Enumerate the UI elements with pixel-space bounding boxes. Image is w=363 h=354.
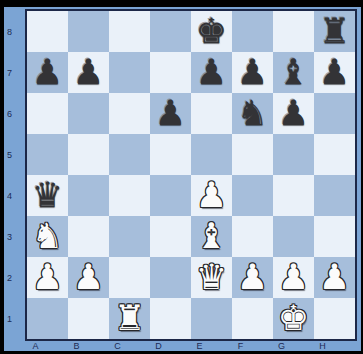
square-e3[interactable]: ♝ xyxy=(191,216,232,257)
square-d6[interactable]: ♟ xyxy=(150,93,191,134)
square-h3[interactable] xyxy=(314,216,355,257)
rank-label-7: 7 xyxy=(4,52,25,93)
piece-white-pawn[interactable]: ♟ xyxy=(73,257,104,298)
square-b6[interactable] xyxy=(68,93,109,134)
square-g7[interactable]: ♝ xyxy=(273,52,314,93)
square-h4[interactable] xyxy=(314,175,355,216)
square-b3[interactable] xyxy=(68,216,109,257)
square-f7[interactable]: ♟ xyxy=(232,52,273,93)
square-f6[interactable]: ♞ xyxy=(232,93,273,134)
file-labels: ABCDEFGH xyxy=(27,341,355,351)
square-b7[interactable]: ♟ xyxy=(68,52,109,93)
file-label-e: E xyxy=(179,341,220,351)
chess-board: ♚♜♟♟♟♟♝♟♟♞♟♛♟♞♝♟♟♛♟♟♟♜♚ xyxy=(25,9,357,341)
square-a2[interactable]: ♟ xyxy=(27,257,68,298)
square-c8[interactable] xyxy=(109,11,150,52)
piece-black-pawn[interactable]: ♟ xyxy=(278,93,309,134)
file-label-f: F xyxy=(220,341,261,351)
square-a1[interactable] xyxy=(27,298,68,339)
piece-black-pawn[interactable]: ♟ xyxy=(237,52,268,93)
square-g1[interactable]: ♚ xyxy=(273,298,314,339)
piece-black-rook[interactable]: ♜ xyxy=(319,11,350,52)
piece-white-queen[interactable]: ♛ xyxy=(196,257,227,298)
square-h2[interactable]: ♟ xyxy=(314,257,355,298)
square-d4[interactable] xyxy=(150,175,191,216)
square-e5[interactable] xyxy=(191,134,232,175)
square-b4[interactable] xyxy=(68,175,109,216)
square-g3[interactable] xyxy=(273,216,314,257)
piece-black-pawn[interactable]: ♟ xyxy=(73,52,104,93)
piece-black-pawn[interactable]: ♟ xyxy=(155,93,186,134)
rank-label-4: 4 xyxy=(4,175,25,216)
square-d1[interactable] xyxy=(150,298,191,339)
square-c7[interactable] xyxy=(109,52,150,93)
square-f5[interactable] xyxy=(232,134,273,175)
square-e6[interactable] xyxy=(191,93,232,134)
square-c4[interactable] xyxy=(109,175,150,216)
square-d3[interactable] xyxy=(150,216,191,257)
square-b8[interactable] xyxy=(68,11,109,52)
piece-black-king[interactable]: ♚ xyxy=(196,11,227,52)
square-e8[interactable]: ♚ xyxy=(191,11,232,52)
piece-white-knight[interactable]: ♞ xyxy=(32,216,63,257)
square-d2[interactable] xyxy=(150,257,191,298)
rank-label-1: 1 xyxy=(4,298,25,339)
piece-black-queen[interactable]: ♛ xyxy=(32,175,63,216)
file-label-b: B xyxy=(56,341,97,351)
piece-white-pawn[interactable]: ♟ xyxy=(319,257,350,298)
square-a7[interactable]: ♟ xyxy=(27,52,68,93)
piece-white-pawn[interactable]: ♟ xyxy=(196,175,227,216)
square-f2[interactable]: ♟ xyxy=(232,257,273,298)
piece-black-pawn[interactable]: ♟ xyxy=(196,52,227,93)
square-e7[interactable]: ♟ xyxy=(191,52,232,93)
square-c2[interactable] xyxy=(109,257,150,298)
square-h5[interactable] xyxy=(314,134,355,175)
square-c5[interactable] xyxy=(109,134,150,175)
square-a5[interactable] xyxy=(27,134,68,175)
rank-label-6: 6 xyxy=(4,93,25,134)
piece-white-rook[interactable]: ♜ xyxy=(114,298,145,339)
square-d7[interactable] xyxy=(150,52,191,93)
file-label-c: C xyxy=(97,341,138,351)
square-b1[interactable] xyxy=(68,298,109,339)
square-c6[interactable] xyxy=(109,93,150,134)
square-c1[interactable]: ♜ xyxy=(109,298,150,339)
square-e4[interactable]: ♟ xyxy=(191,175,232,216)
piece-black-pawn[interactable]: ♟ xyxy=(319,52,350,93)
square-c3[interactable] xyxy=(109,216,150,257)
square-g4[interactable] xyxy=(273,175,314,216)
square-b2[interactable]: ♟ xyxy=(68,257,109,298)
piece-black-bishop[interactable]: ♝ xyxy=(278,52,309,93)
piece-white-king[interactable]: ♚ xyxy=(278,298,309,339)
rank-label-8: 8 xyxy=(4,11,25,52)
square-g5[interactable] xyxy=(273,134,314,175)
square-h6[interactable] xyxy=(314,93,355,134)
square-e1[interactable] xyxy=(191,298,232,339)
square-a6[interactable] xyxy=(27,93,68,134)
rank-labels: 87654321 xyxy=(4,11,25,339)
rank-label-5: 5 xyxy=(4,134,25,175)
piece-black-pawn[interactable]: ♟ xyxy=(32,52,63,93)
piece-white-pawn[interactable]: ♟ xyxy=(237,257,268,298)
rank-label-3: 3 xyxy=(4,216,25,257)
square-g8[interactable] xyxy=(273,11,314,52)
square-e2[interactable]: ♛ xyxy=(191,257,232,298)
square-f1[interactable] xyxy=(232,298,273,339)
chess-diagram: 87654321 ♚♜♟♟♟♟♝♟♟♞♟♛♟♞♝♟♟♛♟♟♟♜♚ ABCDEFG… xyxy=(0,0,363,354)
square-b5[interactable] xyxy=(68,134,109,175)
square-d5[interactable] xyxy=(150,134,191,175)
square-a8[interactable] xyxy=(27,11,68,52)
square-g6[interactable]: ♟ xyxy=(273,93,314,134)
rank-label-2: 2 xyxy=(4,257,25,298)
square-f3[interactable] xyxy=(232,216,273,257)
square-h1[interactable] xyxy=(314,298,355,339)
piece-white-pawn[interactable]: ♟ xyxy=(32,257,63,298)
piece-black-knight[interactable]: ♞ xyxy=(237,93,268,134)
square-h8[interactable]: ♜ xyxy=(314,11,355,52)
file-label-h: H xyxy=(302,341,343,351)
file-label-g: G xyxy=(261,341,302,351)
piece-white-bishop[interactable]: ♝ xyxy=(196,216,227,257)
square-a4[interactable]: ♛ xyxy=(27,175,68,216)
square-f8[interactable] xyxy=(232,11,273,52)
square-d8[interactable] xyxy=(150,11,191,52)
square-g2[interactable]: ♟ xyxy=(273,257,314,298)
file-label-a: A xyxy=(15,341,56,351)
square-f4[interactable] xyxy=(232,175,273,216)
piece-white-pawn[interactable]: ♟ xyxy=(278,257,309,298)
square-a3[interactable]: ♞ xyxy=(27,216,68,257)
square-h7[interactable]: ♟ xyxy=(314,52,355,93)
file-label-d: D xyxy=(138,341,179,351)
